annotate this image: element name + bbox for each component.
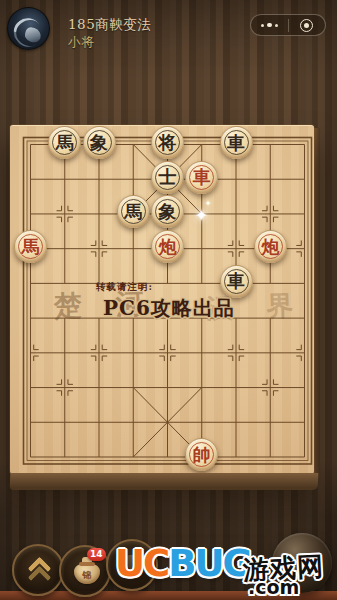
money-bag-icon: 锦: [74, 563, 100, 584]
piece-glyph: 車: [221, 127, 252, 158]
piece-black-chariot[interactable]: 車: [220, 265, 253, 298]
piece-red-horse[interactable]: 馬: [14, 230, 47, 263]
dot-icon: [267, 23, 272, 28]
dot-icon: [261, 24, 264, 27]
piece-black-horse[interactable]: 馬: [48, 126, 81, 159]
piece-black-horse[interactable]: 馬: [117, 195, 150, 228]
piece-red-general[interactable]: 帥: [185, 438, 218, 471]
piece-black-general[interactable]: 将: [151, 126, 184, 159]
brand-bug: BUG: [168, 542, 251, 585]
piece-glyph: 炮: [152, 231, 183, 262]
piece-black-elephant[interactable]: 象: [83, 126, 116, 159]
count-badge: 14: [87, 548, 106, 561]
wechat-capsule: [250, 14, 326, 36]
piece-red-chariot[interactable]: 車: [185, 161, 218, 194]
piece-glyph: 馬: [49, 127, 80, 158]
xiangqi-board[interactable]: 楚 河 汉 界 馬象将車士車馬象馬炮炮車帥 ✦ 转载请注明: PC6攻略出品: [10, 125, 314, 474]
rank-subtitle: 小将: [68, 34, 95, 51]
piece-black-elephant[interactable]: 象: [151, 195, 184, 228]
piece-glyph: 馬: [118, 196, 149, 227]
dot-icon: [275, 24, 278, 27]
decor-sphere: [272, 533, 332, 593]
level-title: 185商鞅变法: [68, 16, 151, 34]
trophy-icon: [127, 555, 141, 570]
hint-bag-button[interactable]: 锦 14: [59, 545, 111, 597]
more-menu-button[interactable]: [251, 15, 288, 35]
close-target-icon: [300, 19, 313, 32]
trophy-button[interactable]: [106, 539, 158, 591]
piece-glyph: 帥: [186, 439, 217, 470]
piece-glyph: 炮: [255, 231, 286, 262]
piece-glyph: 象: [152, 196, 183, 227]
piece-glyph: 馬: [15, 231, 46, 262]
piece-glyph: 車: [186, 162, 217, 193]
piece-glyph: 士: [152, 162, 183, 193]
piece-black-chariot[interactable]: 車: [220, 126, 253, 159]
piece-glyph: 車: [221, 266, 252, 297]
piece-red-cannon[interactable]: 炮: [254, 230, 287, 263]
board-side-edge: [313, 128, 320, 478]
player-avatar[interactable]: [7, 7, 50, 50]
piece-red-cannon[interactable]: 炮: [151, 230, 184, 263]
board-front-edge: [10, 473, 319, 490]
piece-glyph: 将: [152, 127, 183, 158]
piece-glyph: 象: [84, 127, 115, 158]
exit-button[interactable]: [289, 15, 326, 35]
app-screen: 185商鞅变法 小将 楚 河 汉 界 馬象将車士車馬象馬炮炮車帥 ✦ 转载请注明…: [0, 0, 337, 600]
piece-black-advisor[interactable]: 士: [151, 161, 184, 194]
collapse-button[interactable]: [12, 544, 64, 596]
